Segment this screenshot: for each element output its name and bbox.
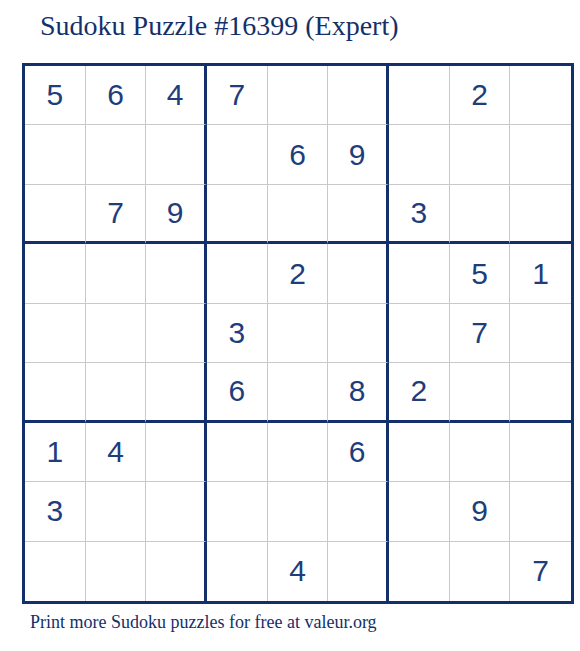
cell-r6c9[interactable] bbox=[510, 363, 571, 422]
cell-r1c1[interactable]: 5 bbox=[25, 66, 86, 125]
cell-r1c9[interactable] bbox=[510, 66, 571, 125]
cell-r9c6[interactable] bbox=[328, 542, 389, 601]
cell-r9c8[interactable] bbox=[450, 542, 511, 601]
cell-r4c6[interactable] bbox=[328, 244, 389, 303]
cell-r2c3[interactable] bbox=[146, 125, 207, 184]
cell-r7c9[interactable] bbox=[510, 423, 571, 482]
cell-r2c6[interactable]: 9 bbox=[328, 125, 389, 184]
cell-r7c4[interactable] bbox=[207, 423, 268, 482]
cell-r7c8[interactable] bbox=[450, 423, 511, 482]
cell-r3c2[interactable]: 7 bbox=[86, 185, 147, 244]
cell-r7c3[interactable] bbox=[146, 423, 207, 482]
footer-text: Print more Sudoku puzzles for free at va… bbox=[30, 612, 377, 633]
page-title: Sudoku Puzzle #16399 (Expert) bbox=[40, 10, 399, 42]
cell-r4c9[interactable]: 1 bbox=[510, 244, 571, 303]
cell-r9c7[interactable] bbox=[389, 542, 450, 601]
cell-r3c5[interactable] bbox=[268, 185, 329, 244]
cell-r3c4[interactable] bbox=[207, 185, 268, 244]
cell-r2c5[interactable]: 6 bbox=[268, 125, 329, 184]
cell-r5c1[interactable] bbox=[25, 304, 86, 363]
cell-r8c1[interactable]: 3 bbox=[25, 482, 86, 541]
cell-r4c4[interactable] bbox=[207, 244, 268, 303]
sudoku-board: 5647269793251376821463947 bbox=[22, 63, 574, 604]
cell-r3c1[interactable] bbox=[25, 185, 86, 244]
cell-r7c7[interactable] bbox=[389, 423, 450, 482]
cell-r8c6[interactable] bbox=[328, 482, 389, 541]
cell-r6c8[interactable] bbox=[450, 363, 511, 422]
cell-r5c2[interactable] bbox=[86, 304, 147, 363]
cell-r2c9[interactable] bbox=[510, 125, 571, 184]
cell-r4c8[interactable]: 5 bbox=[450, 244, 511, 303]
cell-r2c1[interactable] bbox=[25, 125, 86, 184]
cell-r8c5[interactable] bbox=[268, 482, 329, 541]
cell-r1c4[interactable]: 7 bbox=[207, 66, 268, 125]
cell-r1c6[interactable] bbox=[328, 66, 389, 125]
cell-r7c1[interactable]: 1 bbox=[25, 423, 86, 482]
cell-r4c2[interactable] bbox=[86, 244, 147, 303]
cell-r5c7[interactable] bbox=[389, 304, 450, 363]
cell-r4c1[interactable] bbox=[25, 244, 86, 303]
cell-r4c5[interactable]: 2 bbox=[268, 244, 329, 303]
cell-r6c3[interactable] bbox=[146, 363, 207, 422]
cell-r1c5[interactable] bbox=[268, 66, 329, 125]
cell-r4c3[interactable] bbox=[146, 244, 207, 303]
cell-r5c8[interactable]: 7 bbox=[450, 304, 511, 363]
cell-r3c9[interactable] bbox=[510, 185, 571, 244]
cell-r9c1[interactable] bbox=[25, 542, 86, 601]
cell-r7c5[interactable] bbox=[268, 423, 329, 482]
cell-r3c6[interactable] bbox=[328, 185, 389, 244]
cell-r1c8[interactable]: 2 bbox=[450, 66, 511, 125]
cell-r9c4[interactable] bbox=[207, 542, 268, 601]
cell-r8c3[interactable] bbox=[146, 482, 207, 541]
cell-r8c9[interactable] bbox=[510, 482, 571, 541]
cell-r5c6[interactable] bbox=[328, 304, 389, 363]
cell-r3c7[interactable]: 3 bbox=[389, 185, 450, 244]
cell-r7c2[interactable]: 4 bbox=[86, 423, 147, 482]
cell-r9c5[interactable]: 4 bbox=[268, 542, 329, 601]
cell-r2c4[interactable] bbox=[207, 125, 268, 184]
cell-r8c7[interactable] bbox=[389, 482, 450, 541]
cell-r5c3[interactable] bbox=[146, 304, 207, 363]
cell-r9c9[interactable]: 7 bbox=[510, 542, 571, 601]
cell-r6c2[interactable] bbox=[86, 363, 147, 422]
cell-r8c8[interactable]: 9 bbox=[450, 482, 511, 541]
cell-r6c6[interactable]: 8 bbox=[328, 363, 389, 422]
cell-r9c2[interactable] bbox=[86, 542, 147, 601]
cell-r2c7[interactable] bbox=[389, 125, 450, 184]
cell-r6c1[interactable] bbox=[25, 363, 86, 422]
cell-r9c3[interactable] bbox=[146, 542, 207, 601]
cell-r3c3[interactable]: 9 bbox=[146, 185, 207, 244]
cell-r6c5[interactable] bbox=[268, 363, 329, 422]
cell-r5c4[interactable]: 3 bbox=[207, 304, 268, 363]
cell-r7c6[interactable]: 6 bbox=[328, 423, 389, 482]
cell-r5c9[interactable] bbox=[510, 304, 571, 363]
cell-r6c4[interactable]: 6 bbox=[207, 363, 268, 422]
cell-r4c7[interactable] bbox=[389, 244, 450, 303]
cell-r3c8[interactable] bbox=[450, 185, 511, 244]
cell-r1c3[interactable]: 4 bbox=[146, 66, 207, 125]
cell-r6c7[interactable]: 2 bbox=[389, 363, 450, 422]
cell-r2c8[interactable] bbox=[450, 125, 511, 184]
cell-r8c2[interactable] bbox=[86, 482, 147, 541]
cell-r8c4[interactable] bbox=[207, 482, 268, 541]
sudoku-page: Sudoku Puzzle #16399 (Expert) 5647269793… bbox=[0, 0, 580, 651]
cell-r5c5[interactable] bbox=[268, 304, 329, 363]
cell-r2c2[interactable] bbox=[86, 125, 147, 184]
cell-r1c2[interactable]: 6 bbox=[86, 66, 147, 125]
cell-r1c7[interactable] bbox=[389, 66, 450, 125]
